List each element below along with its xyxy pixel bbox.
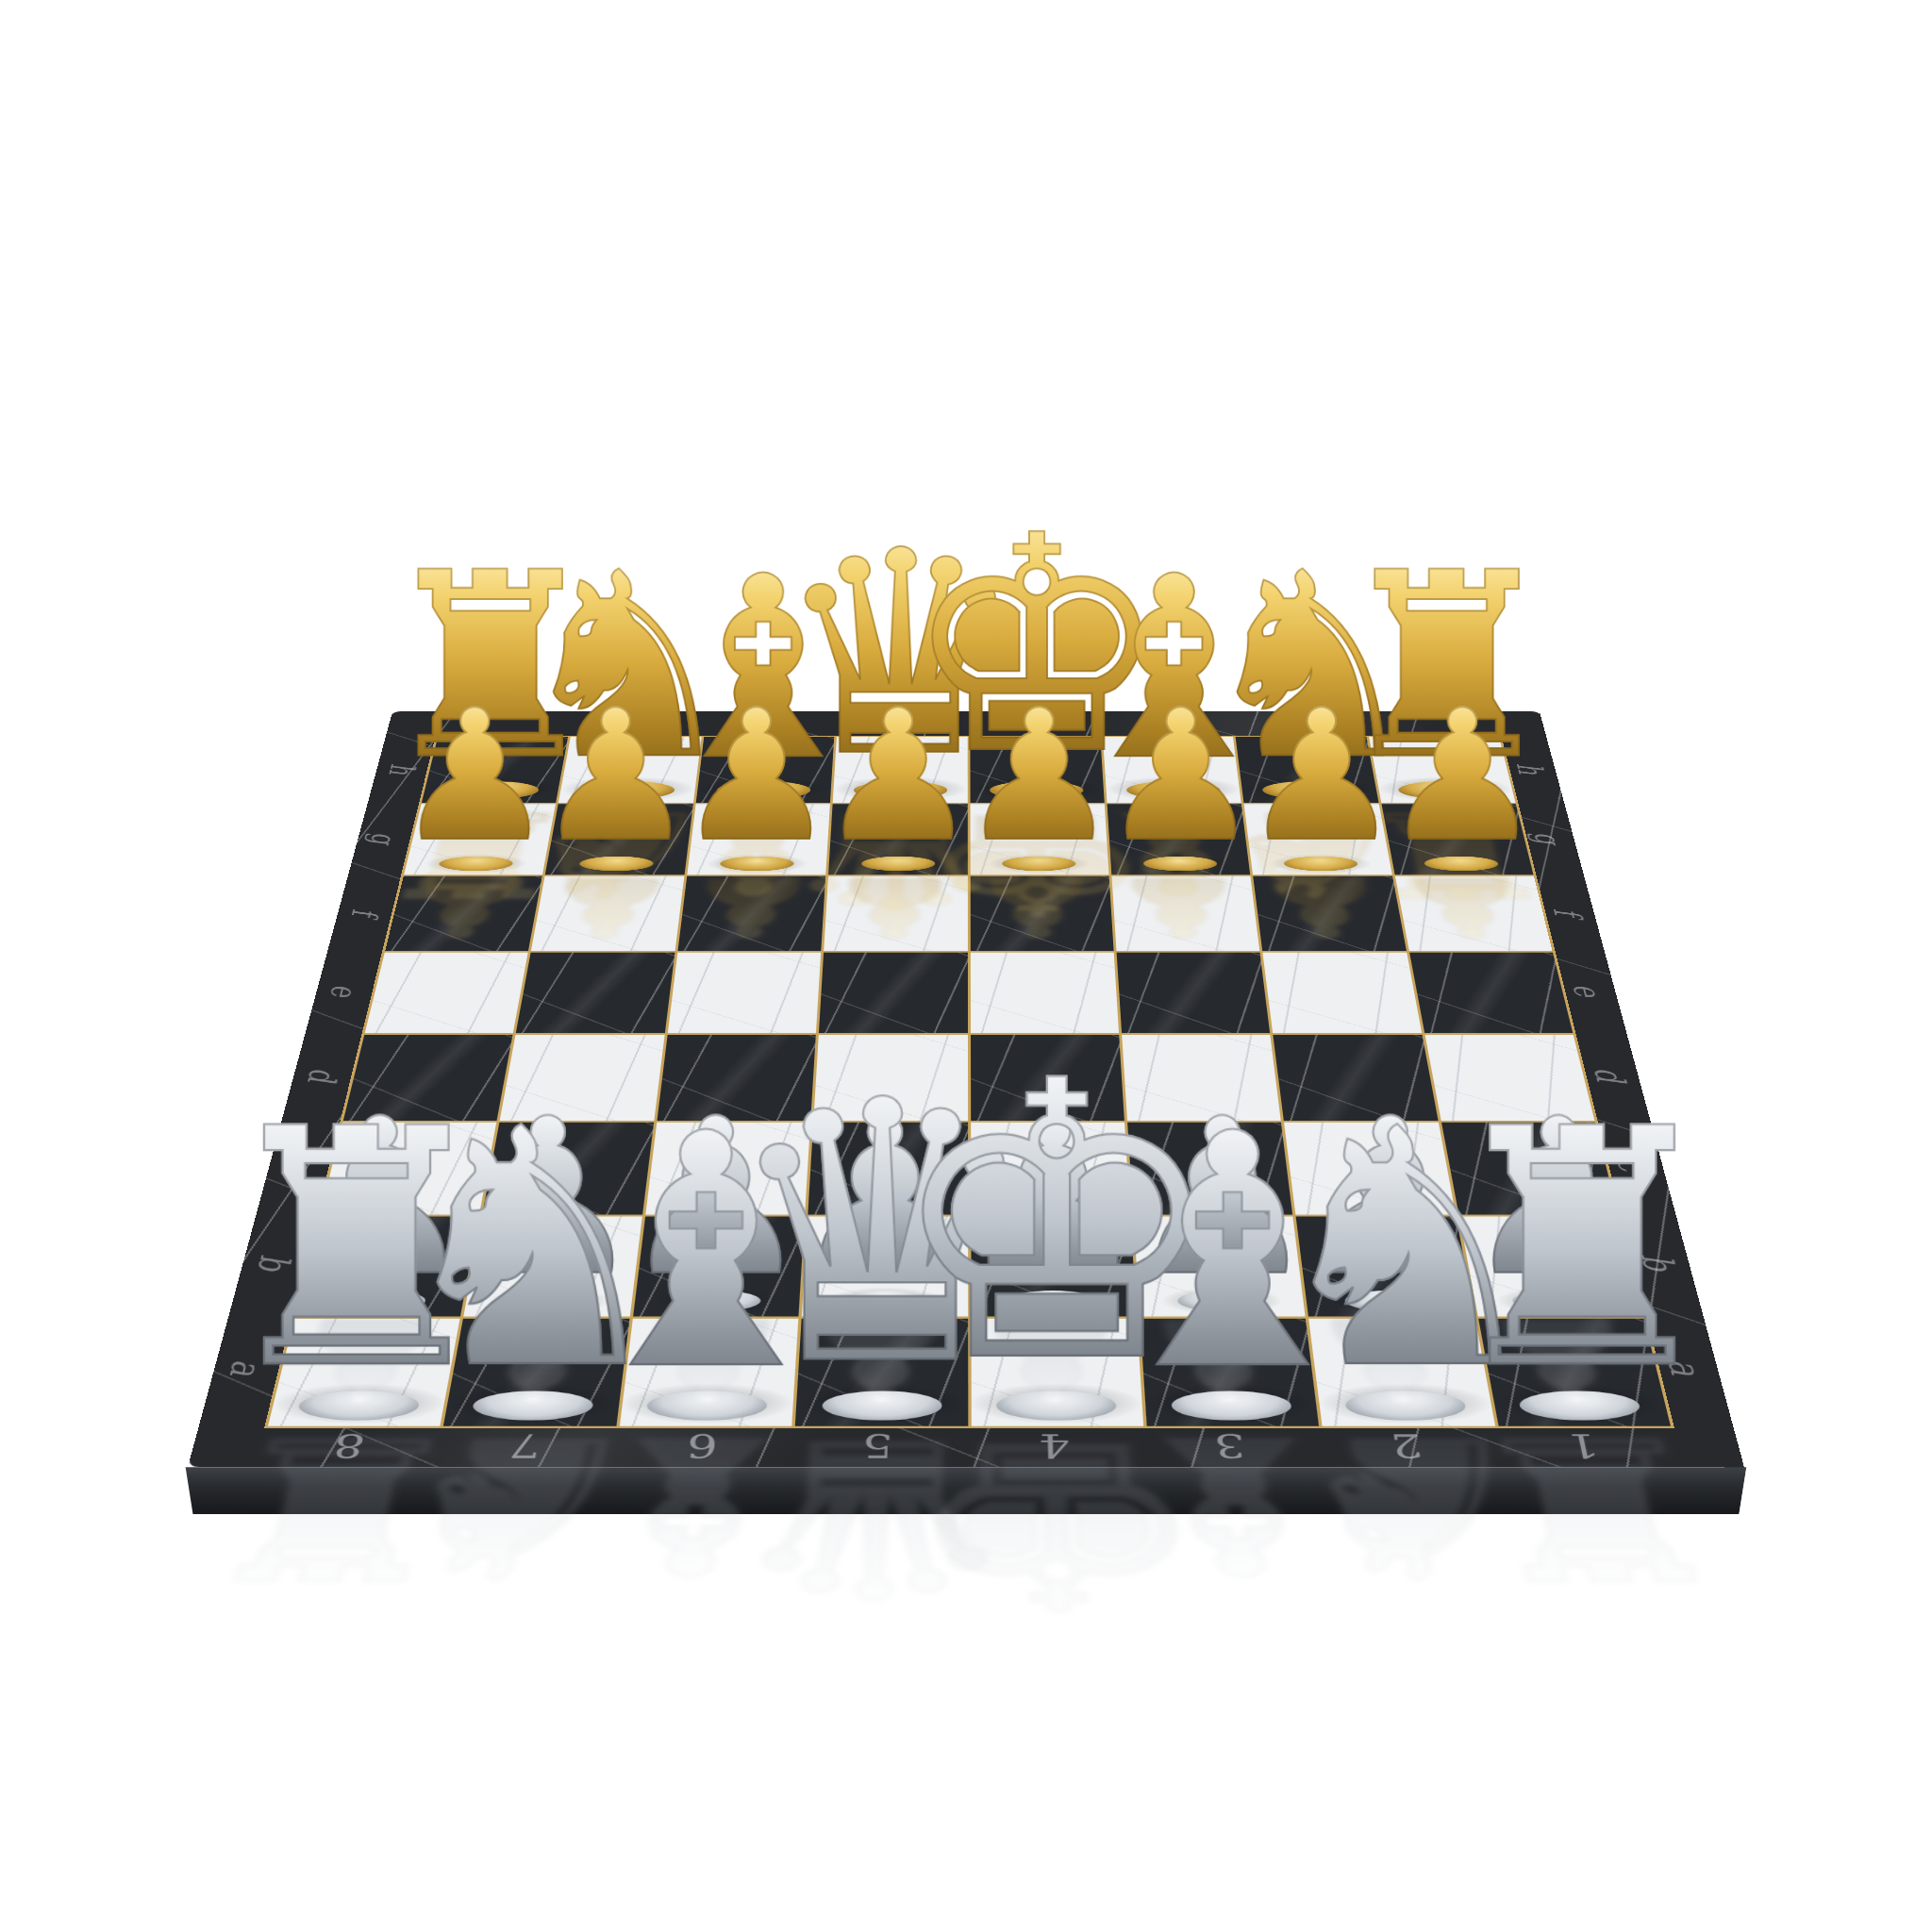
- piece-silver-rook-h1[interactable]: ♜: [1436, 1087, 1729, 1414]
- board-grid: ♜♞♝♛♚♝♞♜♟♟♟♟♟♟♟♟♟♟♟♟♟♟♟♟♜♞♝♛♚♝♞♜: [264, 736, 1674, 1428]
- piece-gold-pawn-e7[interactable]: ♟: [958, 686, 1120, 866]
- row-letter-left-f: f: [343, 908, 387, 915]
- front-number-8: 8: [330, 1427, 369, 1464]
- row-letter-right-e: e: [1564, 985, 1610, 997]
- piece-gold-pawn-c7[interactable]: ♟: [676, 686, 838, 866]
- square-e7[interactable]: ♟: [970, 804, 1108, 874]
- piece-gold-pawn-d7[interactable]: ♟: [817, 686, 978, 866]
- square-g7[interactable]: ♟: [1244, 804, 1392, 874]
- front-number-6: 6: [685, 1427, 719, 1464]
- square-d7[interactable]: ♟: [828, 804, 967, 874]
- row-letter-left-e: e: [322, 985, 368, 997]
- square-b7[interactable]: ♟: [545, 804, 692, 874]
- front-number-4: 4: [1038, 1427, 1070, 1464]
- piece-gold-pawn-f7[interactable]: ♟: [1100, 686, 1261, 866]
- front-number-2: 2: [1388, 1427, 1424, 1464]
- square-f7[interactable]: ♟: [1107, 804, 1250, 874]
- square-h7[interactable]: ♟: [1381, 804, 1533, 874]
- square-a7[interactable]: ♟: [404, 804, 556, 874]
- front-number-7: 7: [508, 1427, 544, 1464]
- piece-gold-pawn-g7[interactable]: ♟: [1241, 686, 1402, 866]
- row-letter-right-f: f: [1545, 908, 1589, 915]
- product-photo-scene: ♜♞♝♛♚♝♞♜♟♟♟♟♟♟♟♟♟♟♟♟♟♟♟♟♜♞♝♛♚♝♞♜ ♜♞♝♛♚♝♞…: [0, 0, 1932, 1932]
- board-top-face: ♜♞♝♛♚♝♞♜♟♟♟♟♟♟♟♟♟♟♟♟♟♟♟♟♜♞♝♛♚♝♞♜ ♜♞♝♛♚♝♞…: [188, 711, 1744, 1467]
- square-c7[interactable]: ♟: [687, 804, 830, 874]
- chess-board: ♜♞♝♛♚♝♞♜♟♟♟♟♟♟♟♟♟♟♟♟♟♟♟♟♜♞♝♛♚♝♞♜ ♜♞♝♛♚♝♞…: [188, 711, 1744, 1467]
- piece-gold-pawn-a7[interactable]: ♟: [393, 686, 555, 866]
- piece-gold-pawn-b7[interactable]: ♟: [535, 686, 696, 866]
- square-h1[interactable]: ♜: [1478, 1318, 1671, 1425]
- piece-gold-pawn-h7[interactable]: ♟: [1382, 686, 1543, 866]
- front-number-3: 3: [1213, 1427, 1247, 1464]
- front-number-5: 5: [862, 1427, 894, 1464]
